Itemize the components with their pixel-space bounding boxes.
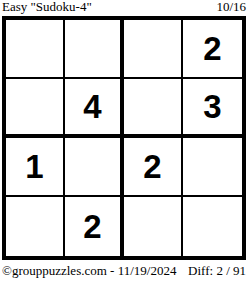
cell-r4c4[interactable] xyxy=(183,197,242,256)
cell-r2c2[interactable]: 4 xyxy=(65,79,124,138)
cell-r2c3[interactable] xyxy=(124,79,183,138)
puzzle-title: Easy "Sudoku-4" xyxy=(2,0,92,14)
puzzle-counter: 10/16 xyxy=(216,0,246,14)
cell-r3c4[interactable] xyxy=(183,138,242,197)
cell-r1c2[interactable] xyxy=(65,20,124,79)
puzzle-footer: ©grouppuzzles.com - 11/19/2024 Diff: 2 /… xyxy=(2,263,246,278)
cell-r2c1[interactable] xyxy=(6,79,65,138)
cell-r4c1[interactable] xyxy=(6,197,65,256)
cell-r1c3[interactable] xyxy=(124,20,183,79)
copyright-text: ©grouppuzzles.com - 11/19/2024 xyxy=(2,263,176,278)
cell-r3c1[interactable]: 1 xyxy=(6,138,65,197)
cell-r3c3[interactable]: 2 xyxy=(124,138,183,197)
sudoku-board: 2 4 3 1 2 2 xyxy=(2,16,246,260)
cell-r4c2[interactable]: 2 xyxy=(65,197,124,256)
cell-r2c4[interactable]: 3 xyxy=(183,79,242,138)
cell-r4c3[interactable] xyxy=(124,197,183,256)
difficulty-text: Diff: 2 / 91 xyxy=(188,263,246,278)
puzzle-header: Easy "Sudoku-4" 10/16 xyxy=(2,0,246,16)
cell-r1c1[interactable] xyxy=(6,20,65,79)
cell-r1c4[interactable]: 2 xyxy=(183,20,242,79)
cell-r3c2[interactable] xyxy=(65,138,124,197)
